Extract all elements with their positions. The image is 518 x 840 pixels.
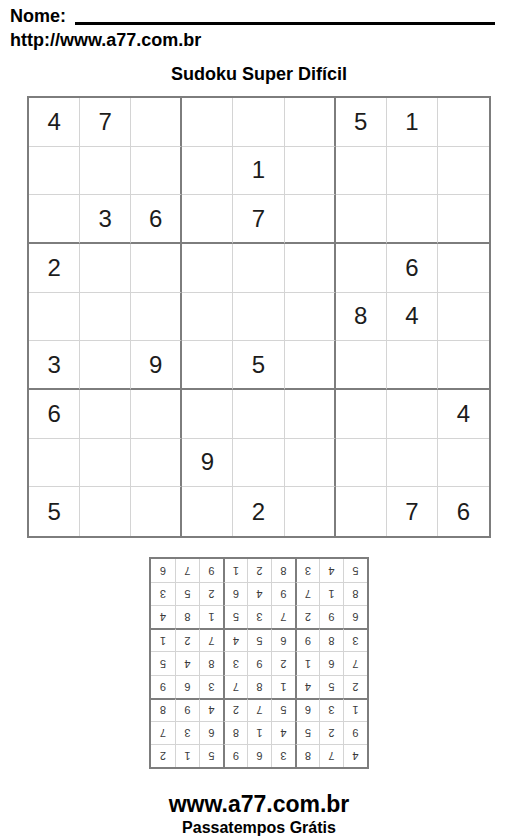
puzzle-cell-r8c3 — [131, 439, 182, 488]
solution-cell-r4c9: 9 — [151, 675, 175, 698]
footer-tagline: Passatempos Grátis — [0, 818, 518, 837]
sudoku-print-page: Nome: http://www.a77.com.br Sudoku Super… — [0, 0, 518, 840]
puzzle-cell-r9c6 — [285, 487, 336, 536]
solution-cell-r8c8: 5 — [175, 582, 199, 605]
solution-cell-r4c4: 1 — [271, 675, 295, 698]
puzzle-cell-r2c1 — [29, 147, 80, 196]
solution-cell-r8c4: 9 — [271, 582, 295, 605]
puzzle-cell-r3c2: 3 — [80, 195, 131, 244]
page-title: Sudoku Super Difícil — [0, 64, 518, 85]
puzzle-cell-r2c4 — [182, 147, 233, 196]
footer-site-url: www.a77.com.br — [0, 791, 518, 817]
puzzle-cell-r6c2 — [80, 341, 131, 390]
puzzle-cell-r3c8 — [387, 195, 438, 244]
puzzle-grid: 4751136726843956495276 — [27, 96, 491, 538]
puzzle-cell-r4c1: 2 — [29, 244, 80, 293]
puzzle-cell-r1c1: 4 — [29, 98, 80, 147]
puzzle-cell-r5c6 — [285, 293, 336, 342]
footer: www.a77.com.br Passatempos Grátis — [0, 791, 518, 837]
solution-cell-r2c8: 3 — [175, 721, 199, 744]
puzzle-cell-r1c5 — [233, 98, 284, 147]
puzzle-cell-r8c7 — [336, 439, 387, 488]
solution-cell-r4c8: 6 — [175, 675, 199, 698]
puzzle-cell-r6c5: 5 — [233, 341, 284, 390]
solution-cell-r1c5: 6 — [247, 744, 271, 767]
puzzle-cell-r8c9 — [438, 439, 489, 488]
puzzle-cell-r7c7 — [336, 390, 387, 439]
puzzle-cell-r4c7 — [336, 244, 387, 293]
solution-cell-r4c6: 7 — [223, 675, 247, 698]
solution-cell-r9c6: 1 — [223, 559, 247, 582]
solution-cell-r8c3: 7 — [295, 582, 319, 605]
puzzle-cell-r9c4 — [182, 487, 233, 536]
puzzle-cell-r3c5: 7 — [233, 195, 284, 244]
puzzle-cell-r9c9: 6 — [438, 487, 489, 536]
solution-cell-r3c4: 5 — [271, 698, 295, 721]
puzzle-cell-r6c8 — [387, 341, 438, 390]
solution-cell-r5c7: 8 — [199, 651, 223, 674]
solution-cell-r5c3: 1 — [295, 651, 319, 674]
puzzle-cell-r4c9 — [438, 244, 489, 293]
puzzle-cell-r7c1: 6 — [29, 390, 80, 439]
solution-cell-r3c1: 1 — [343, 698, 367, 721]
puzzle-cell-r1c6 — [285, 98, 336, 147]
solution-cell-r1c7: 5 — [199, 744, 223, 767]
puzzle-cell-r5c2 — [80, 293, 131, 342]
solution-cell-r1c9: 2 — [151, 744, 175, 767]
solution-cell-r7c6: 5 — [223, 605, 247, 628]
puzzle-cell-r8c4: 9 — [182, 439, 233, 488]
solution-cell-r3c2: 3 — [319, 698, 343, 721]
puzzle-cell-r1c2: 7 — [80, 98, 131, 147]
solution-cell-r1c8: 1 — [175, 744, 199, 767]
puzzle-cell-r7c8 — [387, 390, 438, 439]
puzzle-cell-r7c2 — [80, 390, 131, 439]
solution-cell-r6c9: 1 — [151, 628, 175, 651]
puzzle-cell-r9c5: 2 — [233, 487, 284, 536]
site-url: http://www.a77.com.br — [10, 30, 495, 51]
name-label: Nome: — [10, 6, 66, 27]
puzzle-cell-r6c3: 9 — [131, 341, 182, 390]
puzzle-cell-r8c5 — [233, 439, 284, 488]
puzzle-cell-r3c3: 6 — [131, 195, 182, 244]
solution-cell-r1c4: 3 — [271, 744, 295, 767]
name-row: Nome: — [10, 6, 495, 27]
solution-cell-r7c4: 7 — [271, 605, 295, 628]
puzzle-cell-r5c5 — [233, 293, 284, 342]
puzzle-cell-r4c5 — [233, 244, 284, 293]
puzzle-cell-r4c6 — [285, 244, 336, 293]
puzzle-cell-r5c9 — [438, 293, 489, 342]
puzzle-cell-r8c6 — [285, 439, 336, 488]
puzzle-cell-r2c3 — [131, 147, 182, 196]
solution-cell-r9c4: 8 — [271, 559, 295, 582]
puzzle-cell-r1c7: 5 — [336, 98, 387, 147]
puzzle-cell-r6c6 — [285, 341, 336, 390]
solution-cell-r3c9: 8 — [151, 698, 175, 721]
puzzle-cell-r8c2 — [80, 439, 131, 488]
solution-cell-r9c1: 5 — [343, 559, 367, 582]
puzzle-cell-r7c9: 4 — [438, 390, 489, 439]
solution-cell-r5c9: 5 — [151, 651, 175, 674]
solution-cell-r5c5: 9 — [247, 651, 271, 674]
solution-cell-r9c5: 2 — [247, 559, 271, 582]
solution-cell-r8c1: 8 — [343, 582, 367, 605]
solution-cell-r8c6: 6 — [223, 582, 247, 605]
puzzle-cell-r2c2 — [80, 147, 131, 196]
solution-cell-r6c5: 5 — [247, 628, 271, 651]
puzzle-cell-r8c1 — [29, 439, 80, 488]
solution-cell-r5c2: 6 — [319, 651, 343, 674]
solution-cell-r6c3: 9 — [295, 628, 319, 651]
puzzle-cell-r9c2 — [80, 487, 131, 536]
header: Nome: http://www.a77.com.br — [0, 0, 518, 51]
puzzle-cell-r2c9 — [438, 147, 489, 196]
puzzle-cell-r4c2 — [80, 244, 131, 293]
solution-cell-r7c3: 2 — [295, 605, 319, 628]
puzzle-cell-r1c9 — [438, 98, 489, 147]
puzzle-cell-r7c4 — [182, 390, 233, 439]
puzzle-cell-r9c3 — [131, 487, 182, 536]
puzzle-cell-r4c8: 6 — [387, 244, 438, 293]
solution-cell-r9c9: 6 — [151, 559, 175, 582]
puzzle-cell-r1c4 — [182, 98, 233, 147]
solution-cell-r3c7: 4 — [199, 698, 223, 721]
puzzle-cell-r6c4 — [182, 341, 233, 390]
solution-cell-r2c6: 8 — [223, 721, 247, 744]
puzzle-cell-r3c9 — [438, 195, 489, 244]
puzzle-cell-r1c8: 1 — [387, 98, 438, 147]
solution-cell-r2c9: 7 — [151, 721, 175, 744]
solution-cell-r8c7: 2 — [199, 582, 223, 605]
puzzle-cell-r4c3 — [131, 244, 182, 293]
solution-cell-r3c5: 7 — [247, 698, 271, 721]
solution-cell-r8c2: 1 — [319, 582, 343, 605]
solution-cell-r2c7: 6 — [199, 721, 223, 744]
solution-cell-r2c4: 4 — [271, 721, 295, 744]
puzzle-cell-r5c3 — [131, 293, 182, 342]
solution-cell-r1c2: 7 — [319, 744, 343, 767]
solution-cell-r4c2: 5 — [319, 675, 343, 698]
puzzle-cell-r6c9 — [438, 341, 489, 390]
puzzle-cell-r3c6 — [285, 195, 336, 244]
puzzle-cell-r3c1 — [29, 195, 80, 244]
puzzle-cell-r6c7 — [336, 341, 387, 390]
solution-cell-r8c9: 3 — [151, 582, 175, 605]
puzzle-cell-r2c8 — [387, 147, 438, 196]
solution-cell-r9c2: 4 — [319, 559, 343, 582]
puzzle-cell-r2c7 — [336, 147, 387, 196]
solution-cell-r7c1: 6 — [343, 605, 367, 628]
puzzle-cell-r5c4 — [182, 293, 233, 342]
solution-cell-r4c3: 4 — [295, 675, 319, 698]
puzzle-cell-r5c8: 4 — [387, 293, 438, 342]
solution-cell-r1c6: 9 — [223, 744, 247, 767]
solution-cell-r3c8: 9 — [175, 698, 199, 721]
solution-cell-r6c6: 4 — [223, 628, 247, 651]
puzzle-cell-r9c7 — [336, 487, 387, 536]
puzzle-cell-r2c6 — [285, 147, 336, 196]
solution-cell-r2c3: 5 — [295, 721, 319, 744]
puzzle-cell-r9c8: 7 — [387, 487, 438, 536]
solution-cell-r4c1: 2 — [343, 675, 367, 698]
solution-cell-r7c9: 4 — [151, 605, 175, 628]
name-fill-line — [75, 22, 495, 25]
solution-cell-r9c7: 9 — [199, 559, 223, 582]
puzzle-cell-r5c1 — [29, 293, 80, 342]
solution-cell-r5c8: 4 — [175, 651, 199, 674]
solution-cell-r6c2: 8 — [319, 628, 343, 651]
solution-cell-r6c1: 3 — [343, 628, 367, 651]
puzzle-cell-r2c5: 1 — [233, 147, 284, 196]
solution-cell-r6c4: 6 — [271, 628, 295, 651]
solution-cell-r4c5: 8 — [247, 675, 271, 698]
puzzle-cell-r3c7 — [336, 195, 387, 244]
puzzle-cell-r7c5 — [233, 390, 284, 439]
solution-cell-r5c1: 7 — [343, 651, 367, 674]
solution-cell-r2c5: 1 — [247, 721, 271, 744]
solution-cell-r8c5: 4 — [247, 582, 271, 605]
puzzle-cell-r7c3 — [131, 390, 182, 439]
solution-cell-r9c3: 3 — [295, 559, 319, 582]
solution-cell-r7c2: 9 — [319, 605, 343, 628]
solution-grid-rotated: 4783695129254186371365724982541873697612… — [149, 557, 369, 769]
solution-cell-r9c8: 7 — [175, 559, 199, 582]
solution-cell-r2c2: 2 — [319, 721, 343, 744]
solution-cell-r1c1: 4 — [343, 744, 367, 767]
solution-cell-r2c1: 9 — [343, 721, 367, 744]
puzzle-cell-r3c4 — [182, 195, 233, 244]
solution-cell-r7c5: 3 — [247, 605, 271, 628]
solution-cell-r7c7: 1 — [199, 605, 223, 628]
puzzle-cell-r7c6 — [285, 390, 336, 439]
puzzle-cell-r4c4 — [182, 244, 233, 293]
puzzle-cell-r1c3 — [131, 98, 182, 147]
puzzle-cell-r5c7: 8 — [336, 293, 387, 342]
puzzle-cell-r9c1: 5 — [29, 487, 80, 536]
solution-cell-r6c7: 7 — [199, 628, 223, 651]
solution-cell-r5c6: 3 — [223, 651, 247, 674]
solution-cell-r5c4: 2 — [271, 651, 295, 674]
solution-cell-r7c8: 8 — [175, 605, 199, 628]
solution-cell-r3c6: 2 — [223, 698, 247, 721]
puzzle-cell-r6c1: 3 — [29, 341, 80, 390]
solution-cell-r6c8: 2 — [175, 628, 199, 651]
puzzle-cell-r8c8 — [387, 439, 438, 488]
solution-cell-r1c3: 8 — [295, 744, 319, 767]
solution-cell-r3c3: 6 — [295, 698, 319, 721]
solution-cell-r4c7: 3 — [199, 675, 223, 698]
